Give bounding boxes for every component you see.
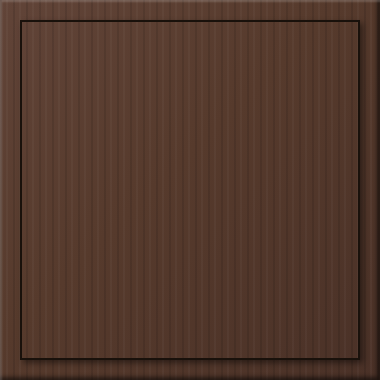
chess-diagram bbox=[0, 0, 380, 380]
chess-board bbox=[20, 20, 360, 360]
